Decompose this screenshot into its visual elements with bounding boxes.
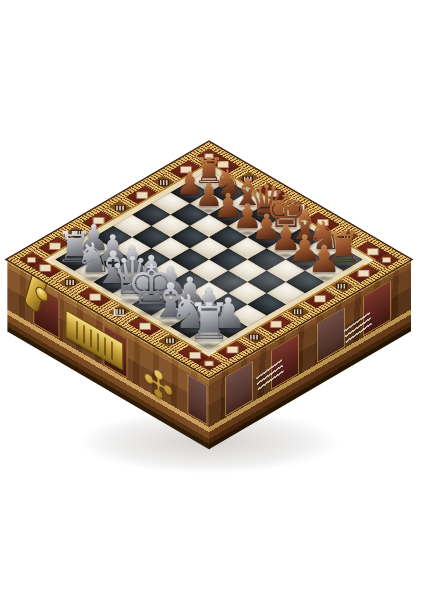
piece-copper-pawn-h7: ♟ — [307, 241, 341, 279]
chess-set-photo: ✣ ♜♞♝♛♚♝♞ — [0, 0, 424, 600]
brass-hinge-icon: ✣ — [133, 351, 183, 420]
fleur-ornament-icon: ✣ — [133, 351, 183, 420]
painted-panel — [317, 307, 345, 363]
white-inscription — [256, 359, 284, 392]
painted-panel — [271, 334, 299, 390]
painted-panel — [187, 374, 207, 426]
painted-panel — [225, 361, 253, 417]
corner-v-mark — [114, 309, 126, 316]
white-inscription — [344, 312, 372, 345]
piece-silver-rook-h1: ♜ — [187, 297, 232, 347]
